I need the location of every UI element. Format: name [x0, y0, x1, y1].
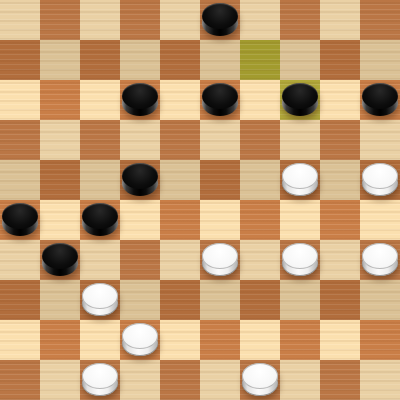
- dark-square-32[interactable]: [120, 240, 160, 280]
- piece-top: [82, 283, 118, 309]
- piece-top: [202, 243, 238, 269]
- white-man-square-47[interactable]: [80, 360, 120, 400]
- light-square: [200, 360, 240, 400]
- dark-square-7[interactable]: [80, 40, 120, 80]
- light-square: [120, 360, 160, 400]
- light-square: [320, 160, 360, 200]
- dark-square-22[interactable]: [120, 160, 160, 200]
- light-square: [0, 0, 40, 40]
- dark-square-3[interactable]: [200, 0, 240, 40]
- light-square: [200, 40, 240, 80]
- light-square: [240, 240, 280, 280]
- piece-top: [122, 163, 158, 189]
- white-man-square-37[interactable]: [80, 280, 120, 320]
- dark-square-17[interactable]: [80, 120, 120, 160]
- light-square: [200, 120, 240, 160]
- dark-square-20[interactable]: [320, 120, 360, 160]
- light-square: [160, 240, 200, 280]
- dark-square-39[interactable]: [240, 280, 280, 320]
- light-square: [280, 360, 320, 400]
- light-square: [80, 80, 120, 120]
- white-man-square-25[interactable]: [360, 160, 400, 200]
- light-square: [360, 200, 400, 240]
- highlighted-square-14[interactable]: [280, 80, 320, 120]
- light-square: [40, 280, 80, 320]
- white-man-square-49[interactable]: [240, 360, 280, 400]
- light-square: [320, 320, 360, 360]
- dark-square-18[interactable]: [160, 120, 200, 160]
- piece-top: [362, 243, 398, 269]
- light-square: [240, 0, 280, 40]
- dark-square-35[interactable]: [360, 240, 400, 280]
- piece-top: [282, 163, 318, 189]
- white-man-square-35[interactable]: [360, 240, 400, 280]
- draughts-board: [0, 0, 400, 400]
- dark-square-41[interactable]: [40, 320, 80, 360]
- piece-top: [362, 83, 398, 109]
- dark-square-50[interactable]: [320, 360, 360, 400]
- light-square: [120, 280, 160, 320]
- dark-square-16[interactable]: [0, 120, 40, 160]
- light-square: [40, 360, 80, 400]
- black-man-square-31[interactable]: [40, 240, 80, 280]
- dark-square-29[interactable]: [240, 200, 280, 240]
- dark-square-37[interactable]: [80, 280, 120, 320]
- dark-square-10[interactable]: [320, 40, 360, 80]
- dark-square-1[interactable]: [40, 0, 80, 40]
- dark-square-36[interactable]: [0, 280, 40, 320]
- light-square: [80, 240, 120, 280]
- dark-square-49[interactable]: [240, 360, 280, 400]
- light-square: [80, 160, 120, 200]
- light-square: [120, 200, 160, 240]
- black-man-square-22[interactable]: [120, 160, 160, 200]
- dark-square-15[interactable]: [360, 80, 400, 120]
- piece-top: [282, 83, 318, 109]
- dark-square-4[interactable]: [280, 0, 320, 40]
- light-square: [200, 200, 240, 240]
- light-square: [0, 80, 40, 120]
- light-square: [160, 160, 200, 200]
- light-square: [240, 80, 280, 120]
- black-man-square-13[interactable]: [200, 80, 240, 120]
- piece-top: [362, 163, 398, 189]
- light-square: [240, 160, 280, 200]
- dark-square-13[interactable]: [200, 80, 240, 120]
- light-square: [80, 320, 120, 360]
- light-square: [360, 280, 400, 320]
- highlighted-square-9[interactable]: [240, 40, 280, 80]
- black-man-square-3[interactable]: [200, 0, 240, 40]
- piece-top: [242, 363, 278, 389]
- dark-square-5[interactable]: [360, 0, 400, 40]
- dark-square-12[interactable]: [120, 80, 160, 120]
- light-square: [40, 200, 80, 240]
- dark-square-42[interactable]: [120, 320, 160, 360]
- dark-square-19[interactable]: [240, 120, 280, 160]
- dark-square-48[interactable]: [160, 360, 200, 400]
- dark-square-28[interactable]: [160, 200, 200, 240]
- piece-top: [282, 243, 318, 269]
- piece-top: [202, 83, 238, 109]
- piece-top: [82, 363, 118, 389]
- piece-top: [2, 203, 38, 229]
- light-square: [40, 40, 80, 80]
- white-man-square-34[interactable]: [280, 240, 320, 280]
- light-square: [280, 280, 320, 320]
- light-square: [0, 240, 40, 280]
- piece-top: [42, 243, 78, 269]
- light-square: [80, 0, 120, 40]
- dark-square-8[interactable]: [160, 40, 200, 80]
- dark-square-21[interactable]: [40, 160, 80, 200]
- white-man-square-42[interactable]: [120, 320, 160, 360]
- dark-square-43[interactable]: [200, 320, 240, 360]
- black-man-square-15[interactable]: [360, 80, 400, 120]
- light-square: [280, 120, 320, 160]
- dark-square-46[interactable]: [0, 360, 40, 400]
- light-square: [280, 40, 320, 80]
- light-square: [160, 80, 200, 120]
- light-square: [160, 0, 200, 40]
- dark-square-31[interactable]: [40, 240, 80, 280]
- dark-square-23[interactable]: [200, 160, 240, 200]
- piece-top: [202, 3, 238, 29]
- light-square: [120, 120, 160, 160]
- white-man-square-33[interactable]: [200, 240, 240, 280]
- black-man-square-12[interactable]: [120, 80, 160, 120]
- light-square: [200, 280, 240, 320]
- dark-square-6[interactable]: [0, 40, 40, 80]
- dark-square-24[interactable]: [280, 160, 320, 200]
- black-man-square-14[interactable]: [280, 80, 320, 120]
- piece-top: [82, 203, 118, 229]
- dark-square-34[interactable]: [280, 240, 320, 280]
- dark-square-44[interactable]: [280, 320, 320, 360]
- light-square: [0, 160, 40, 200]
- light-square: [40, 120, 80, 160]
- light-square: [320, 80, 360, 120]
- light-square: [0, 320, 40, 360]
- light-square: [360, 120, 400, 160]
- black-man-square-26[interactable]: [0, 200, 40, 240]
- dark-square-38[interactable]: [160, 280, 200, 320]
- light-square: [160, 320, 200, 360]
- dark-square-2[interactable]: [120, 0, 160, 40]
- light-square: [360, 40, 400, 80]
- dark-square-30[interactable]: [320, 200, 360, 240]
- white-man-square-24[interactable]: [280, 160, 320, 200]
- dark-square-33[interactable]: [200, 240, 240, 280]
- dark-square-11[interactable]: [40, 80, 80, 120]
- light-square: [320, 240, 360, 280]
- light-square: [360, 360, 400, 400]
- dark-square-25[interactable]: [360, 160, 400, 200]
- dark-square-27[interactable]: [80, 200, 120, 240]
- light-square: [120, 40, 160, 80]
- light-square: [280, 200, 320, 240]
- piece-top: [122, 83, 158, 109]
- light-square: [240, 320, 280, 360]
- piece-top: [122, 323, 158, 349]
- dark-square-26[interactable]: [0, 200, 40, 240]
- dark-square-45[interactable]: [360, 320, 400, 360]
- dark-square-47[interactable]: [80, 360, 120, 400]
- dark-square-40[interactable]: [320, 280, 360, 320]
- black-man-square-27[interactable]: [80, 200, 120, 240]
- light-square: [320, 0, 360, 40]
